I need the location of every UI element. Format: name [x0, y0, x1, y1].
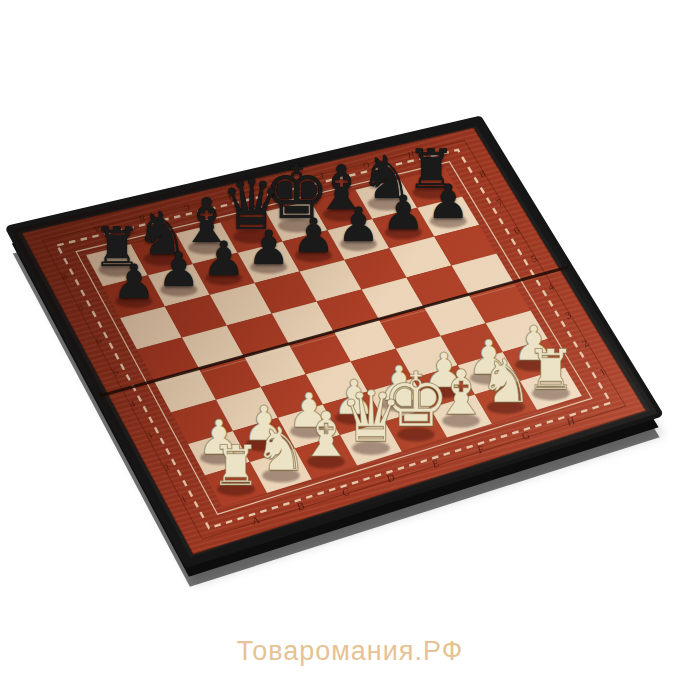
- product-photo: 88AA77BB66CC55DD44EE33FF22GG11HH ♜♞♝♟♚♟♛…: [0, 0, 700, 700]
- piece-white-knight[interactable]: ♞: [254, 419, 308, 479]
- piece-black-pawn[interactable]: ♟: [337, 200, 379, 247]
- piece-black-pawn[interactable]: ♟: [158, 246, 200, 293]
- piece-black-pawn[interactable]: ♟: [113, 258, 155, 305]
- piece-black-pawn[interactable]: ♟: [382, 189, 424, 236]
- watermark-text: Товаромания.РФ: [0, 636, 700, 667]
- piece-black-pawn[interactable]: ♟: [292, 212, 334, 259]
- piece-black-pawn[interactable]: ♟: [427, 178, 469, 225]
- piece-white-rook[interactable]: ♜: [526, 342, 576, 398]
- piece-black-pawn[interactable]: ♟: [247, 223, 289, 270]
- piece-white-rook[interactable]: ♜: [211, 437, 261, 493]
- chess-board: 88AA77BB66CC55DD44EE33FF22GG11HH: [0, 0, 700, 700]
- piece-black-pawn[interactable]: ♟: [202, 235, 244, 282]
